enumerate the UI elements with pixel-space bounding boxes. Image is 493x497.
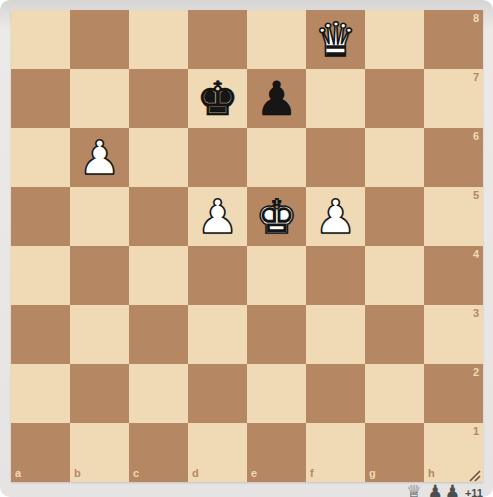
square-e2[interactable] bbox=[247, 364, 306, 423]
file-label-e: e bbox=[251, 468, 257, 479]
rank-label-3: 3 bbox=[473, 308, 479, 319]
square-e1[interactable]: e bbox=[247, 423, 306, 482]
square-a1[interactable]: a bbox=[11, 423, 70, 482]
square-a6[interactable] bbox=[11, 128, 70, 187]
square-a8[interactable] bbox=[11, 10, 70, 69]
square-d1[interactable]: d bbox=[188, 423, 247, 482]
square-e6[interactable] bbox=[247, 128, 306, 187]
square-f1[interactable]: f bbox=[306, 423, 365, 482]
square-b1[interactable]: b bbox=[70, 423, 129, 482]
square-h2[interactable]: 2 bbox=[424, 364, 483, 423]
piece-white-pawn[interactable]: ♟ bbox=[70, 128, 129, 187]
square-f5[interactable]: ♟ bbox=[306, 187, 365, 246]
square-b3[interactable] bbox=[70, 305, 129, 364]
square-b2[interactable] bbox=[70, 364, 129, 423]
file-label-a: a bbox=[15, 468, 21, 479]
square-a5[interactable] bbox=[11, 187, 70, 246]
captured-pawn-icon: ♟ bbox=[427, 483, 442, 497]
square-e4[interactable] bbox=[247, 246, 306, 305]
square-d8[interactable] bbox=[188, 10, 247, 69]
square-f4[interactable] bbox=[306, 246, 365, 305]
square-c8[interactable] bbox=[129, 10, 188, 69]
square-h6[interactable]: 6 bbox=[424, 128, 483, 187]
square-c3[interactable] bbox=[129, 305, 188, 364]
square-b8[interactable] bbox=[70, 10, 129, 69]
rank-label-4: 4 bbox=[473, 249, 479, 260]
square-g8[interactable] bbox=[365, 10, 424, 69]
piece-white-queen[interactable]: ♛ bbox=[306, 10, 365, 69]
square-f7[interactable] bbox=[306, 69, 365, 128]
file-label-f: f bbox=[310, 468, 314, 479]
file-label-c: c bbox=[133, 468, 139, 479]
square-h7[interactable]: 7 bbox=[424, 69, 483, 128]
square-c4[interactable] bbox=[129, 246, 188, 305]
square-d5[interactable]: ♟ bbox=[188, 187, 247, 246]
square-f8[interactable]: ♛ bbox=[306, 10, 365, 69]
square-d4[interactable] bbox=[188, 246, 247, 305]
square-e7[interactable]: ♟ bbox=[247, 69, 306, 128]
square-b6[interactable]: ♟ bbox=[70, 128, 129, 187]
square-g5[interactable] bbox=[365, 187, 424, 246]
rank-label-6: 6 bbox=[473, 131, 479, 142]
file-label-d: d bbox=[192, 468, 199, 479]
file-label-g: g bbox=[369, 468, 376, 479]
piece-white-pawn[interactable]: ♟ bbox=[306, 187, 365, 246]
square-a7[interactable] bbox=[11, 69, 70, 128]
chess-board[interactable]: ♛8♚♟7♟6♟♚♟5432abcdefgh1 bbox=[11, 10, 483, 482]
square-e8[interactable] bbox=[247, 10, 306, 69]
material-advantage-value: +11 bbox=[465, 487, 483, 497]
square-c6[interactable] bbox=[129, 128, 188, 187]
square-d7[interactable]: ♚ bbox=[188, 69, 247, 128]
square-f3[interactable] bbox=[306, 305, 365, 364]
square-h4[interactable]: 4 bbox=[424, 246, 483, 305]
resize-handle-icon[interactable] bbox=[469, 468, 481, 480]
square-c5[interactable] bbox=[129, 187, 188, 246]
square-f6[interactable] bbox=[306, 128, 365, 187]
square-d3[interactable] bbox=[188, 305, 247, 364]
square-f2[interactable] bbox=[306, 364, 365, 423]
square-g6[interactable] bbox=[365, 128, 424, 187]
square-c1[interactable]: c bbox=[129, 423, 188, 482]
square-h3[interactable]: 3 bbox=[424, 305, 483, 364]
square-g2[interactable] bbox=[365, 364, 424, 423]
piece-black-king[interactable]: ♚ bbox=[188, 69, 247, 128]
material-advantage: ♕ ♟ ♟ +11 bbox=[406, 483, 483, 497]
captured-queen-icon: ♕ bbox=[406, 483, 421, 497]
square-h8[interactable]: 8 bbox=[424, 10, 483, 69]
square-e5[interactable]: ♚ bbox=[247, 187, 306, 246]
square-a4[interactable] bbox=[11, 246, 70, 305]
square-g3[interactable] bbox=[365, 305, 424, 364]
square-d6[interactable] bbox=[188, 128, 247, 187]
square-b5[interactable] bbox=[70, 187, 129, 246]
square-b4[interactable] bbox=[70, 246, 129, 305]
rank-label-1: 1 bbox=[473, 426, 479, 437]
file-label-b: b bbox=[74, 468, 81, 479]
square-g4[interactable] bbox=[365, 246, 424, 305]
square-g7[interactable] bbox=[365, 69, 424, 128]
square-a3[interactable] bbox=[11, 305, 70, 364]
square-e3[interactable] bbox=[247, 305, 306, 364]
piece-white-king[interactable]: ♚ bbox=[247, 187, 306, 246]
square-h5[interactable]: 5 bbox=[424, 187, 483, 246]
square-g1[interactable]: g bbox=[365, 423, 424, 482]
square-b7[interactable] bbox=[70, 69, 129, 128]
chess-board-widget: ♛8♚♟7♟6♟♚♟5432abcdefgh1 ♕ ♟ ♟ +11 bbox=[0, 0, 493, 497]
rank-label-2: 2 bbox=[473, 367, 479, 378]
rank-label-5: 5 bbox=[473, 190, 479, 201]
file-label-h: h bbox=[428, 468, 435, 479]
captured-pawn-icon: ♟ bbox=[445, 483, 460, 497]
square-a2[interactable] bbox=[11, 364, 70, 423]
square-d2[interactable] bbox=[188, 364, 247, 423]
rank-label-7: 7 bbox=[473, 72, 479, 83]
square-c2[interactable] bbox=[129, 364, 188, 423]
piece-white-pawn[interactable]: ♟ bbox=[188, 187, 247, 246]
rank-label-8: 8 bbox=[473, 13, 479, 24]
piece-black-pawn[interactable]: ♟ bbox=[247, 69, 306, 128]
square-c7[interactable] bbox=[129, 69, 188, 128]
